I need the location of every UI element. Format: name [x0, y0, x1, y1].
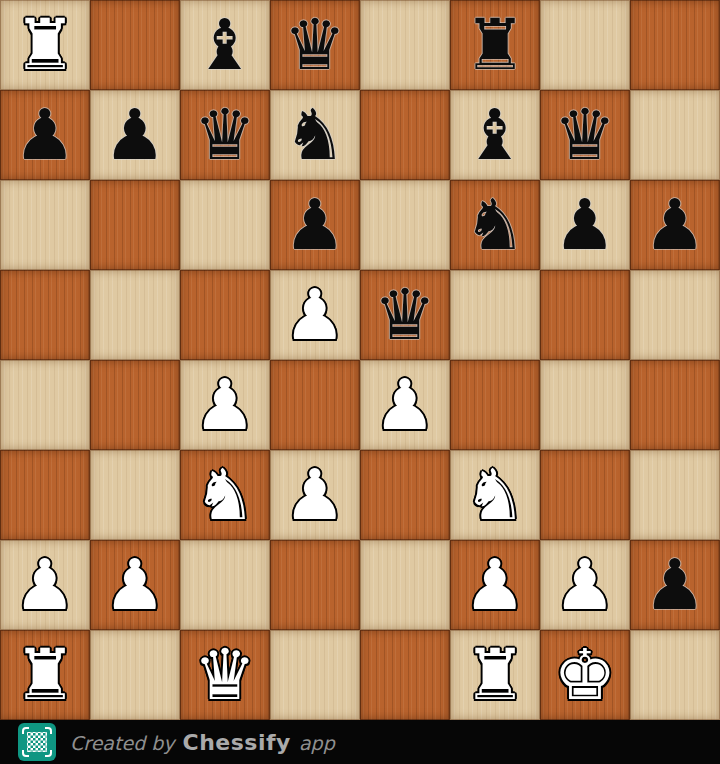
- square-c4[interactable]: ♟: [180, 360, 270, 450]
- piece-black-bishop: ♝: [194, 1, 257, 89]
- square-f6[interactable]: ♞: [450, 180, 540, 270]
- piece-black-queen: ♛: [554, 91, 617, 179]
- square-d4[interactable]: [270, 360, 360, 450]
- square-g5[interactable]: [540, 270, 630, 360]
- piece-white-pawn: ♟: [284, 271, 347, 359]
- piece-black-queen: ♛: [194, 91, 257, 179]
- square-d3[interactable]: ♟: [270, 450, 360, 540]
- square-b4[interactable]: [90, 360, 180, 450]
- piece-white-rook: ♜: [14, 1, 77, 89]
- square-f7[interactable]: ♝: [450, 90, 540, 180]
- square-d2[interactable]: [270, 540, 360, 630]
- piece-white-pawn: ♟: [554, 541, 617, 629]
- piece-white-king: ♚: [554, 631, 617, 719]
- footer-credit-bar: Created by Chessify app: [0, 720, 720, 764]
- square-h8[interactable]: [630, 0, 720, 90]
- square-b8[interactable]: [90, 0, 180, 90]
- square-f1[interactable]: ♜: [450, 630, 540, 720]
- square-h2[interactable]: ♟: [630, 540, 720, 630]
- square-h1[interactable]: [630, 630, 720, 720]
- square-a1[interactable]: ♜: [0, 630, 90, 720]
- square-f8[interactable]: ♜: [450, 0, 540, 90]
- square-d1[interactable]: [270, 630, 360, 720]
- square-a8[interactable]: ♜: [0, 0, 90, 90]
- piece-black-bishop: ♝: [464, 91, 527, 179]
- piece-white-rook: ♜: [14, 631, 77, 719]
- square-f3[interactable]: ♞: [450, 450, 540, 540]
- piece-white-queen: ♛: [194, 631, 257, 719]
- chessify-diagram: ♜♝♛♜♟♟♛♞♝♛♟♞♟♟♟♛♟♟♞♟♞♟♟♟♟♟♜♛♜♚ Created b…: [0, 0, 720, 764]
- square-e8[interactable]: [360, 0, 450, 90]
- square-e7[interactable]: [360, 90, 450, 180]
- square-c5[interactable]: [180, 270, 270, 360]
- piece-black-pawn: ♟: [644, 541, 707, 629]
- piece-black-rook: ♜: [464, 1, 527, 89]
- square-b6[interactable]: [90, 180, 180, 270]
- square-b3[interactable]: [90, 450, 180, 540]
- square-d5[interactable]: ♟: [270, 270, 360, 360]
- piece-white-pawn: ♟: [284, 451, 347, 539]
- square-a3[interactable]: [0, 450, 90, 540]
- square-g3[interactable]: [540, 450, 630, 540]
- square-c8[interactable]: ♝: [180, 0, 270, 90]
- square-d8[interactable]: ♛: [270, 0, 360, 90]
- piece-white-pawn: ♟: [104, 541, 167, 629]
- square-a6[interactable]: [0, 180, 90, 270]
- piece-black-pawn: ♟: [554, 181, 617, 269]
- square-c6[interactable]: [180, 180, 270, 270]
- square-g2[interactable]: ♟: [540, 540, 630, 630]
- square-e2[interactable]: [360, 540, 450, 630]
- piece-black-knight: ♞: [284, 91, 347, 179]
- square-b1[interactable]: [90, 630, 180, 720]
- square-h5[interactable]: [630, 270, 720, 360]
- square-g6[interactable]: ♟: [540, 180, 630, 270]
- square-c2[interactable]: [180, 540, 270, 630]
- piece-black-queen: ♛: [284, 1, 347, 89]
- piece-black-pawn: ♟: [104, 91, 167, 179]
- piece-white-rook: ♜: [464, 631, 527, 719]
- chessify-brand: Chessify: [183, 730, 291, 755]
- square-g8[interactable]: [540, 0, 630, 90]
- credit-app: app: [299, 732, 335, 754]
- square-c3[interactable]: ♞: [180, 450, 270, 540]
- square-g7[interactable]: ♛: [540, 90, 630, 180]
- square-g4[interactable]: [540, 360, 630, 450]
- piece-white-pawn: ♟: [374, 361, 437, 449]
- square-g1[interactable]: ♚: [540, 630, 630, 720]
- piece-white-pawn: ♟: [194, 361, 257, 449]
- square-h7[interactable]: [630, 90, 720, 180]
- square-f2[interactable]: ♟: [450, 540, 540, 630]
- piece-white-knight: ♞: [194, 451, 257, 539]
- piece-black-pawn: ♟: [284, 181, 347, 269]
- square-a7[interactable]: ♟: [0, 90, 90, 180]
- square-h4[interactable]: [630, 360, 720, 450]
- piece-white-knight: ♞: [464, 451, 527, 539]
- square-c1[interactable]: ♛: [180, 630, 270, 720]
- square-e1[interactable]: [360, 630, 450, 720]
- square-e3[interactable]: [360, 450, 450, 540]
- square-a5[interactable]: [0, 270, 90, 360]
- piece-white-pawn: ♟: [464, 541, 527, 629]
- square-h3[interactable]: [630, 450, 720, 540]
- square-e6[interactable]: [360, 180, 450, 270]
- square-f4[interactable]: [450, 360, 540, 450]
- square-b2[interactable]: ♟: [90, 540, 180, 630]
- square-e5[interactable]: ♛: [360, 270, 450, 360]
- piece-white-pawn: ♟: [14, 541, 77, 629]
- square-a2[interactable]: ♟: [0, 540, 90, 630]
- square-b7[interactable]: ♟: [90, 90, 180, 180]
- square-d7[interactable]: ♞: [270, 90, 360, 180]
- square-h6[interactable]: ♟: [630, 180, 720, 270]
- chess-board: ♜♝♛♜♟♟♛♞♝♛♟♞♟♟♟♛♟♟♞♟♞♟♟♟♟♟♜♛♜♚: [0, 0, 720, 720]
- piece-black-pawn: ♟: [14, 91, 77, 179]
- square-f5[interactable]: [450, 270, 540, 360]
- square-d6[interactable]: ♟: [270, 180, 360, 270]
- square-c7[interactable]: ♛: [180, 90, 270, 180]
- square-a4[interactable]: [0, 360, 90, 450]
- chessify-logo: [18, 723, 56, 761]
- piece-black-pawn: ♟: [644, 181, 707, 269]
- square-e4[interactable]: ♟: [360, 360, 450, 450]
- credit-created-by: Created by: [70, 732, 175, 754]
- piece-black-queen: ♛: [374, 271, 437, 359]
- piece-black-knight: ♞: [464, 181, 527, 269]
- square-b5[interactable]: [90, 270, 180, 360]
- credit-text: Created by Chessify app: [70, 730, 335, 755]
